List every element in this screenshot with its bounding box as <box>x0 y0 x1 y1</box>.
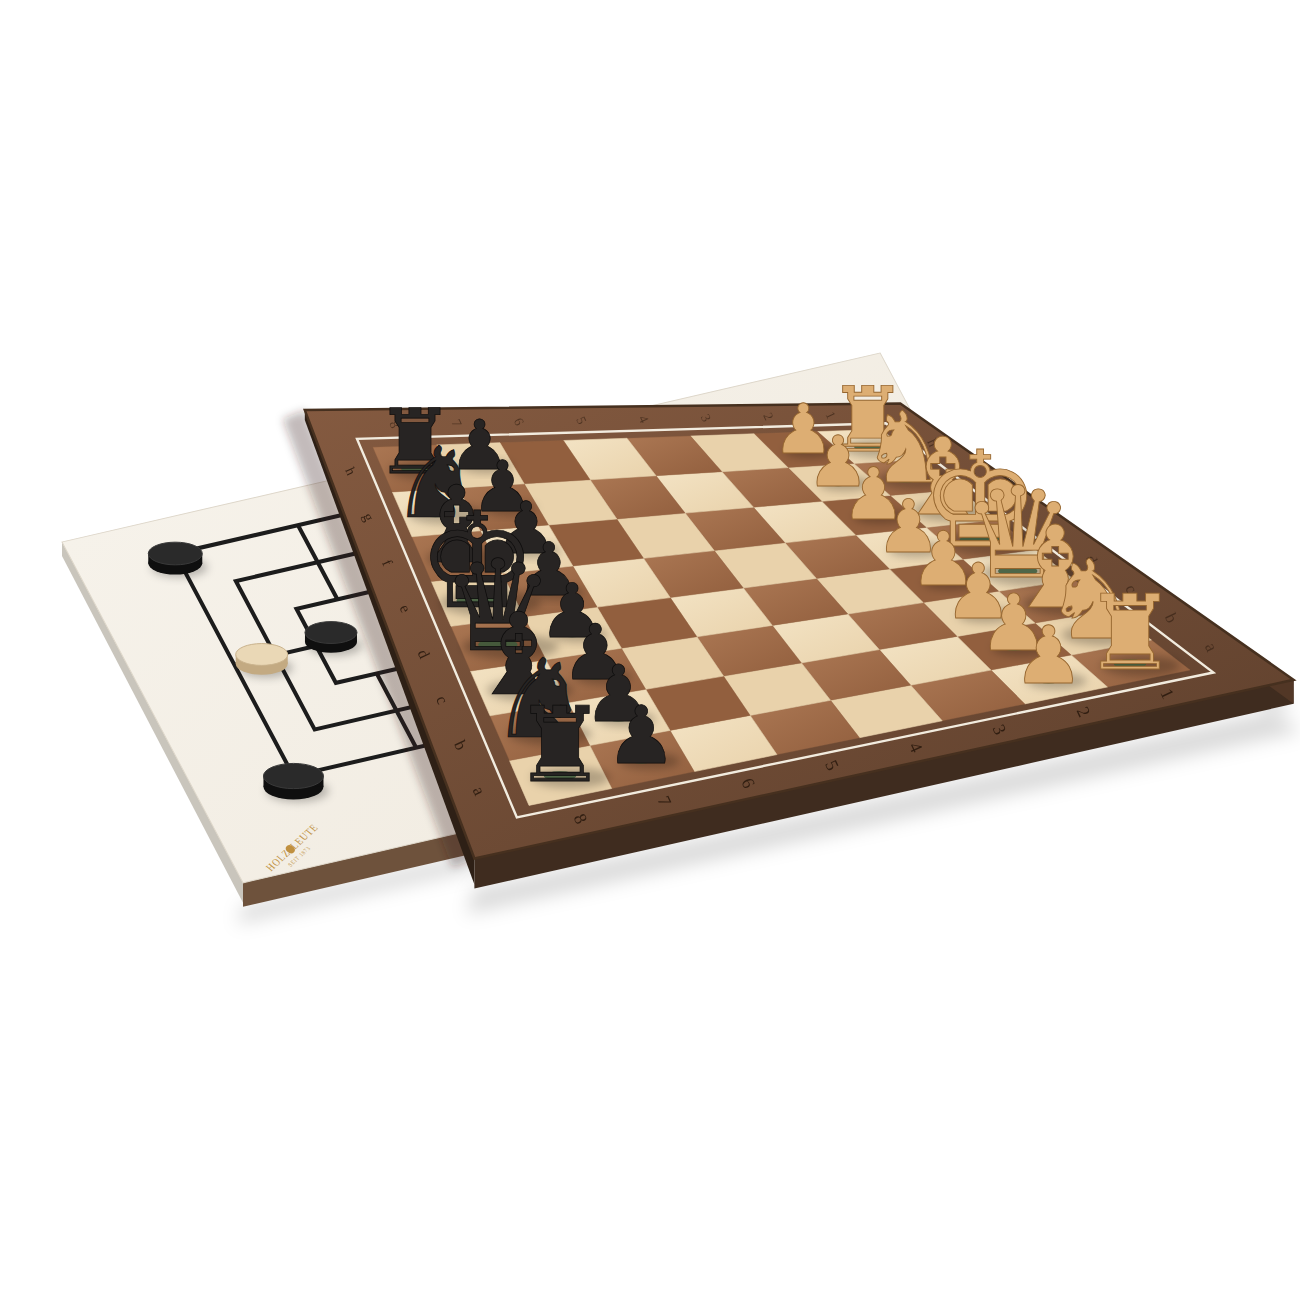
piece-black-pawn-a7[interactable]: ♟ <box>606 689 678 782</box>
product-photo-scene: HOLZLEUTESEIT 1873aabbccddeeffgghh887766… <box>0 0 1300 1300</box>
morris-disc-black[interactable] <box>263 763 329 802</box>
scene-svg: HOLZLEUTESEIT 1873aabbccddeeffgghh887766… <box>0 0 1300 1300</box>
piece-black-rook-a8[interactable]: ♜ <box>513 685 606 806</box>
piece-white-pawn-a2[interactable]: ♟ <box>1013 609 1085 702</box>
morris-disc-black[interactable] <box>305 622 362 656</box>
morris-disc-wood[interactable] <box>236 644 293 678</box>
morris-disc-black[interactable] <box>148 542 207 577</box>
piece-white-rook-a1[interactable]: ♜ <box>1083 572 1176 694</box>
